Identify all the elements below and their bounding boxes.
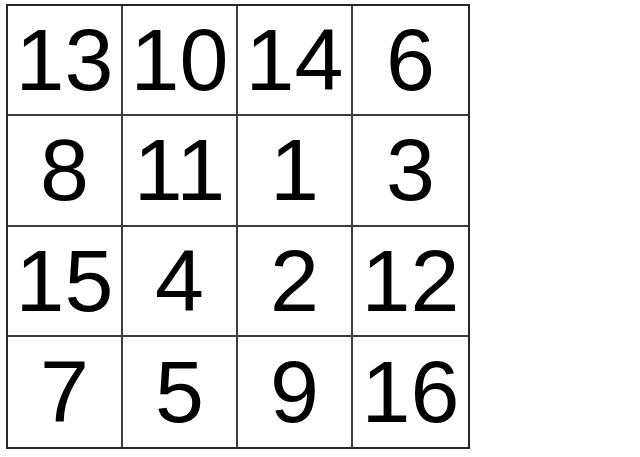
puzzle-board: 13101468111315421275916	[6, 4, 470, 449]
grid-cell-r3c2[interactable]: 4	[123, 227, 238, 337]
grid-cell-r3c4[interactable]: 12	[353, 227, 468, 337]
grid-cell-r2c3[interactable]: 1	[238, 116, 353, 226]
grid-cell-r2c1[interactable]: 8	[8, 116, 123, 226]
grid-cell-r4c1[interactable]: 7	[8, 337, 123, 447]
grid-cell-r2c2[interactable]: 11	[123, 116, 238, 226]
grid-cell-r1c1[interactable]: 13	[8, 6, 123, 116]
grid-cell-r1c3[interactable]: 14	[238, 6, 353, 116]
grid-cell-r3c3[interactable]: 2	[238, 227, 353, 337]
grid-cell-r4c2[interactable]: 5	[123, 337, 238, 447]
grid-cell-r2c4[interactable]: 3	[353, 116, 468, 226]
grid-cell-r3c1[interactable]: 15	[8, 227, 123, 337]
grid-cell-r4c4[interactable]: 16	[353, 337, 468, 447]
grid-cell-r1c4[interactable]: 6	[353, 6, 468, 116]
grid-cell-r4c3[interactable]: 9	[238, 337, 353, 447]
grid-cell-r1c2[interactable]: 10	[123, 6, 238, 116]
